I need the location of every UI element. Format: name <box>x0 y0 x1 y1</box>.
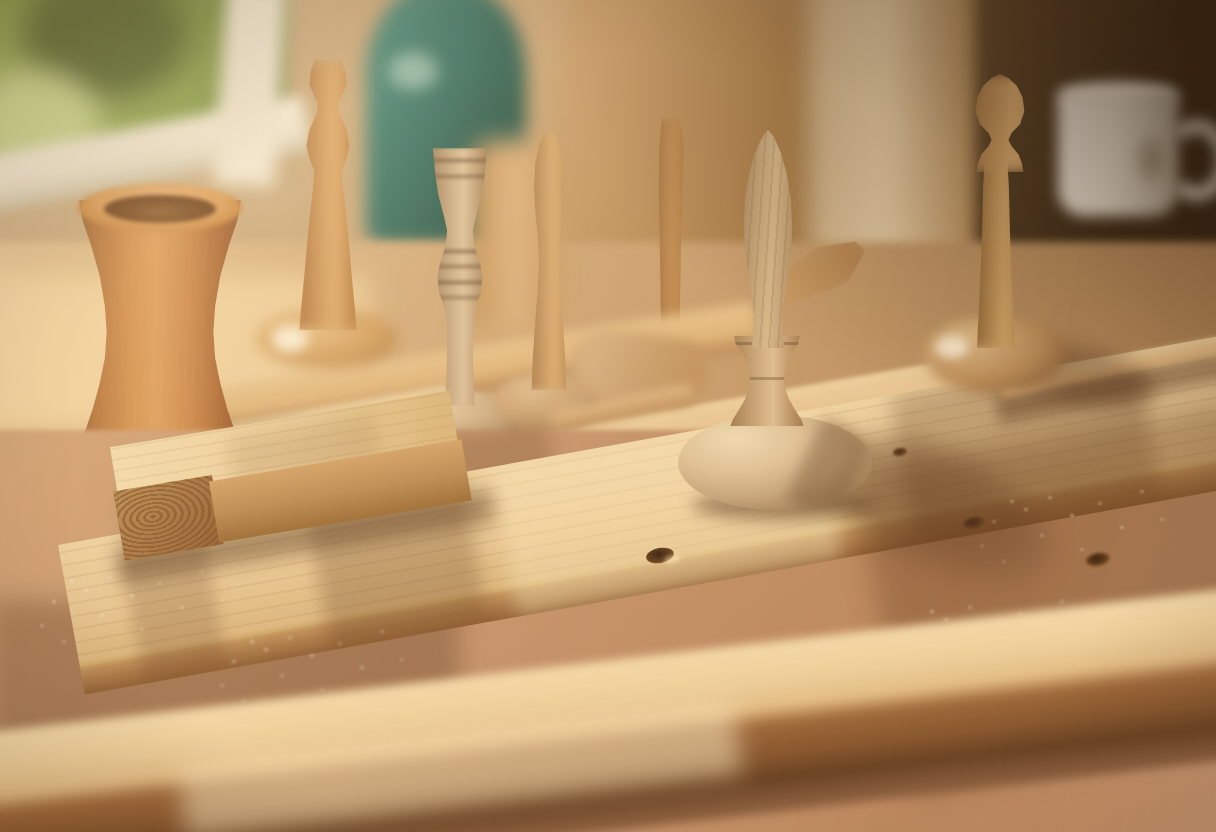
sawdust-speckles <box>930 610 934 613</box>
sawdust-speckles <box>250 640 254 643</box>
mug-smudge <box>1138 138 1164 180</box>
finial-base-highlight <box>936 336 968 358</box>
sawdust-speckles <box>70 580 74 583</box>
canister-highlight <box>388 52 438 90</box>
rook-cup-hollow <box>104 195 216 223</box>
pawn-base-shade <box>764 418 870 508</box>
photo-scene <box>0 0 1216 832</box>
